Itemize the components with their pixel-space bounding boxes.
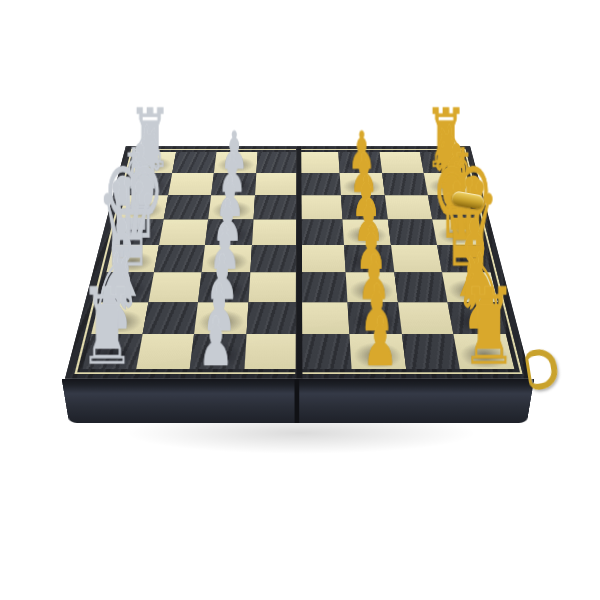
hinge-seam <box>295 146 302 378</box>
piece-black-rook-a8[interactable]: ♜ <box>454 334 514 369</box>
board-top: ♜♟♟♜♞♟♟♞♝♟♟♝♚♟♟♚♛♟♟♛♝♟♟♝♞♟♟♞♜♟♟♜ <box>65 146 531 378</box>
product-photo: ♜♟♟♜♞♟♟♞♝♟♟♝♚♟♟♚♛♟♟♛♝♟♟♝♞♟♟♞♜♟♟♜ <box>0 0 600 600</box>
piece-white-rook-a1[interactable]: ♜ <box>82 334 142 369</box>
piece-white-pawn-a3[interactable]: ♟ <box>190 334 246 369</box>
white-pawn-glyph: ♟ <box>162 308 271 376</box>
white-rook-glyph: ♜ <box>52 274 161 380</box>
chess-box: ♜♟♟♜♞♟♟♞♝♟♟♝♚♟♟♚♛♟♟♛♝♟♟♝♞♟♟♞♜♟♟♜ <box>65 146 531 378</box>
scene-3d: ♜♟♟♜♞♟♟♞♝♟♟♝♚♟♟♚♛♟♟♛♝♟♟♝♞♟♟♞♜♟♟♜ <box>0 0 600 600</box>
piece-black-pawn-a6[interactable]: ♟ <box>350 334 406 369</box>
black-pawn-glyph: ♟ <box>325 308 434 376</box>
front-hinge-seam <box>294 379 299 423</box>
